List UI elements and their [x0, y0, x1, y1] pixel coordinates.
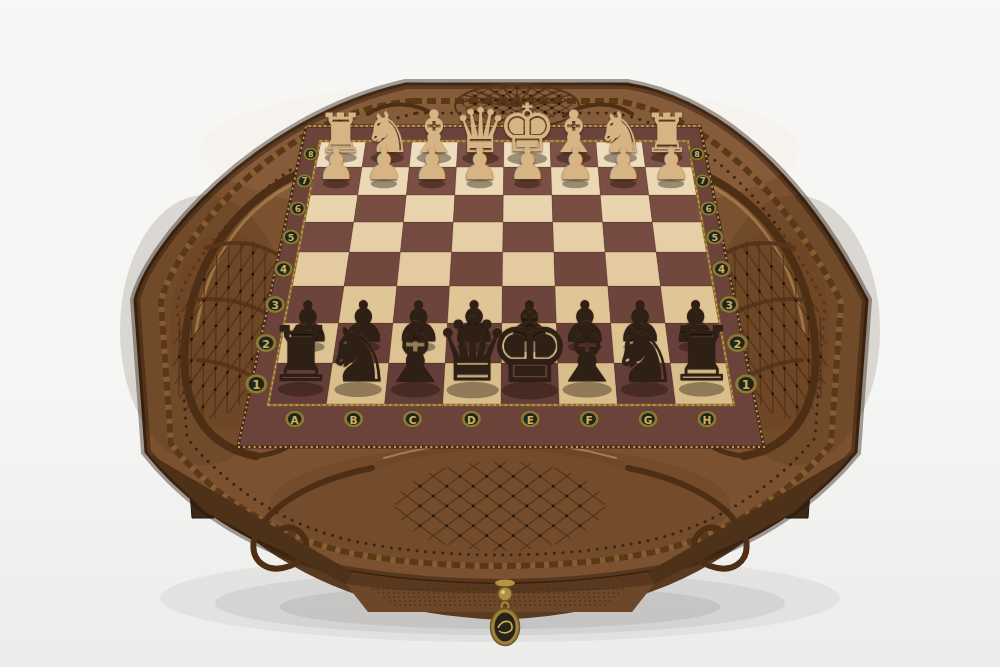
square-a4[interactable] — [291, 252, 349, 286]
rank-label-7-right: 7 — [695, 174, 711, 188]
piece-white-pawn-e7[interactable]: ♟ — [506, 142, 550, 186]
svg-text:B: B — [350, 414, 358, 426]
file-label-g-near: G — [638, 410, 658, 428]
square-g6[interactable] — [600, 195, 652, 222]
square-h6[interactable] — [649, 195, 702, 222]
svg-text:7: 7 — [700, 176, 706, 186]
square-d4[interactable] — [450, 252, 503, 286]
svg-text:8: 8 — [308, 150, 314, 159]
file-label-a-near: A — [285, 410, 305, 428]
piece-white-pawn-f7[interactable]: ♟ — [553, 142, 597, 186]
file-label-b-near: B — [344, 410, 364, 428]
rank-label-6-left: 6 — [289, 201, 306, 216]
square-a5[interactable] — [298, 222, 354, 252]
svg-text:6: 6 — [706, 204, 712, 214]
piece-black-rook-h1[interactable]: ♜ — [664, 317, 740, 393]
square-b4[interactable] — [344, 252, 400, 286]
svg-text:H: H — [703, 414, 712, 426]
svg-text:C: C — [409, 414, 417, 426]
square-e4[interactable] — [502, 252, 555, 286]
product-photo-scene: AABBCCDDEEFFGGHH1122334455667788 ♜♞♝♛♚♝♞… — [0, 0, 1000, 667]
square-f5[interactable] — [553, 222, 605, 252]
svg-text:D: D — [467, 414, 476, 426]
rank-label-5-left: 5 — [282, 229, 300, 245]
rank-label-4-right: 4 — [712, 261, 731, 278]
rank-label-4-left: 4 — [274, 261, 293, 278]
piece-white-pawn-h7[interactable]: ♟ — [649, 142, 693, 186]
rank-label-5-right: 5 — [706, 229, 724, 245]
square-h5[interactable] — [652, 222, 707, 252]
rank-label-6-right: 6 — [700, 201, 717, 216]
square-c5[interactable] — [400, 222, 453, 252]
square-g4[interactable] — [605, 252, 660, 286]
square-a6[interactable] — [304, 195, 358, 222]
svg-text:G: G — [644, 414, 653, 426]
square-c6[interactable] — [404, 195, 455, 222]
svg-text:1: 1 — [742, 378, 750, 392]
svg-text:6: 6 — [295, 204, 301, 214]
square-g5[interactable] — [603, 222, 657, 252]
rank-label-7-left: 7 — [296, 174, 312, 188]
piece-white-pawn-c7[interactable]: ♟ — [410, 142, 454, 186]
svg-text:4: 4 — [718, 264, 725, 275]
file-label-f-near: F — [579, 410, 599, 428]
piece-white-pawn-a7[interactable]: ♟ — [314, 142, 358, 186]
svg-text:F: F — [586, 414, 593, 426]
svg-text:4: 4 — [280, 264, 287, 275]
square-d5[interactable] — [452, 222, 503, 252]
square-b5[interactable] — [349, 222, 403, 252]
square-f4[interactable] — [554, 252, 608, 286]
drawer-knob[interactable] — [498, 587, 512, 601]
svg-text:E: E — [527, 414, 534, 426]
piece-white-pawn-g7[interactable]: ♟ — [601, 142, 645, 186]
square-h4[interactable] — [656, 252, 713, 286]
svg-text:5: 5 — [711, 232, 718, 243]
file-label-d-near: D — [461, 410, 481, 428]
square-e5[interactable] — [503, 222, 554, 252]
square-e6[interactable] — [503, 195, 553, 222]
square-f6[interactable] — [552, 195, 603, 222]
svg-text:5: 5 — [288, 232, 295, 243]
svg-text:1: 1 — [252, 378, 260, 392]
piece-white-pawn-d7[interactable]: ♟ — [458, 142, 502, 186]
square-b6[interactable] — [354, 195, 407, 222]
svg-text:A: A — [291, 414, 300, 426]
file-label-c-near: C — [402, 410, 422, 428]
file-label-h-near: H — [697, 410, 717, 428]
square-d6[interactable] — [453, 195, 503, 222]
square-c4[interactable] — [397, 252, 452, 286]
svg-text:8: 8 — [694, 150, 700, 159]
file-label-e-near: E — [520, 410, 540, 428]
piece-white-pawn-b7[interactable]: ♟ — [362, 142, 406, 186]
svg-text:7: 7 — [301, 176, 307, 186]
